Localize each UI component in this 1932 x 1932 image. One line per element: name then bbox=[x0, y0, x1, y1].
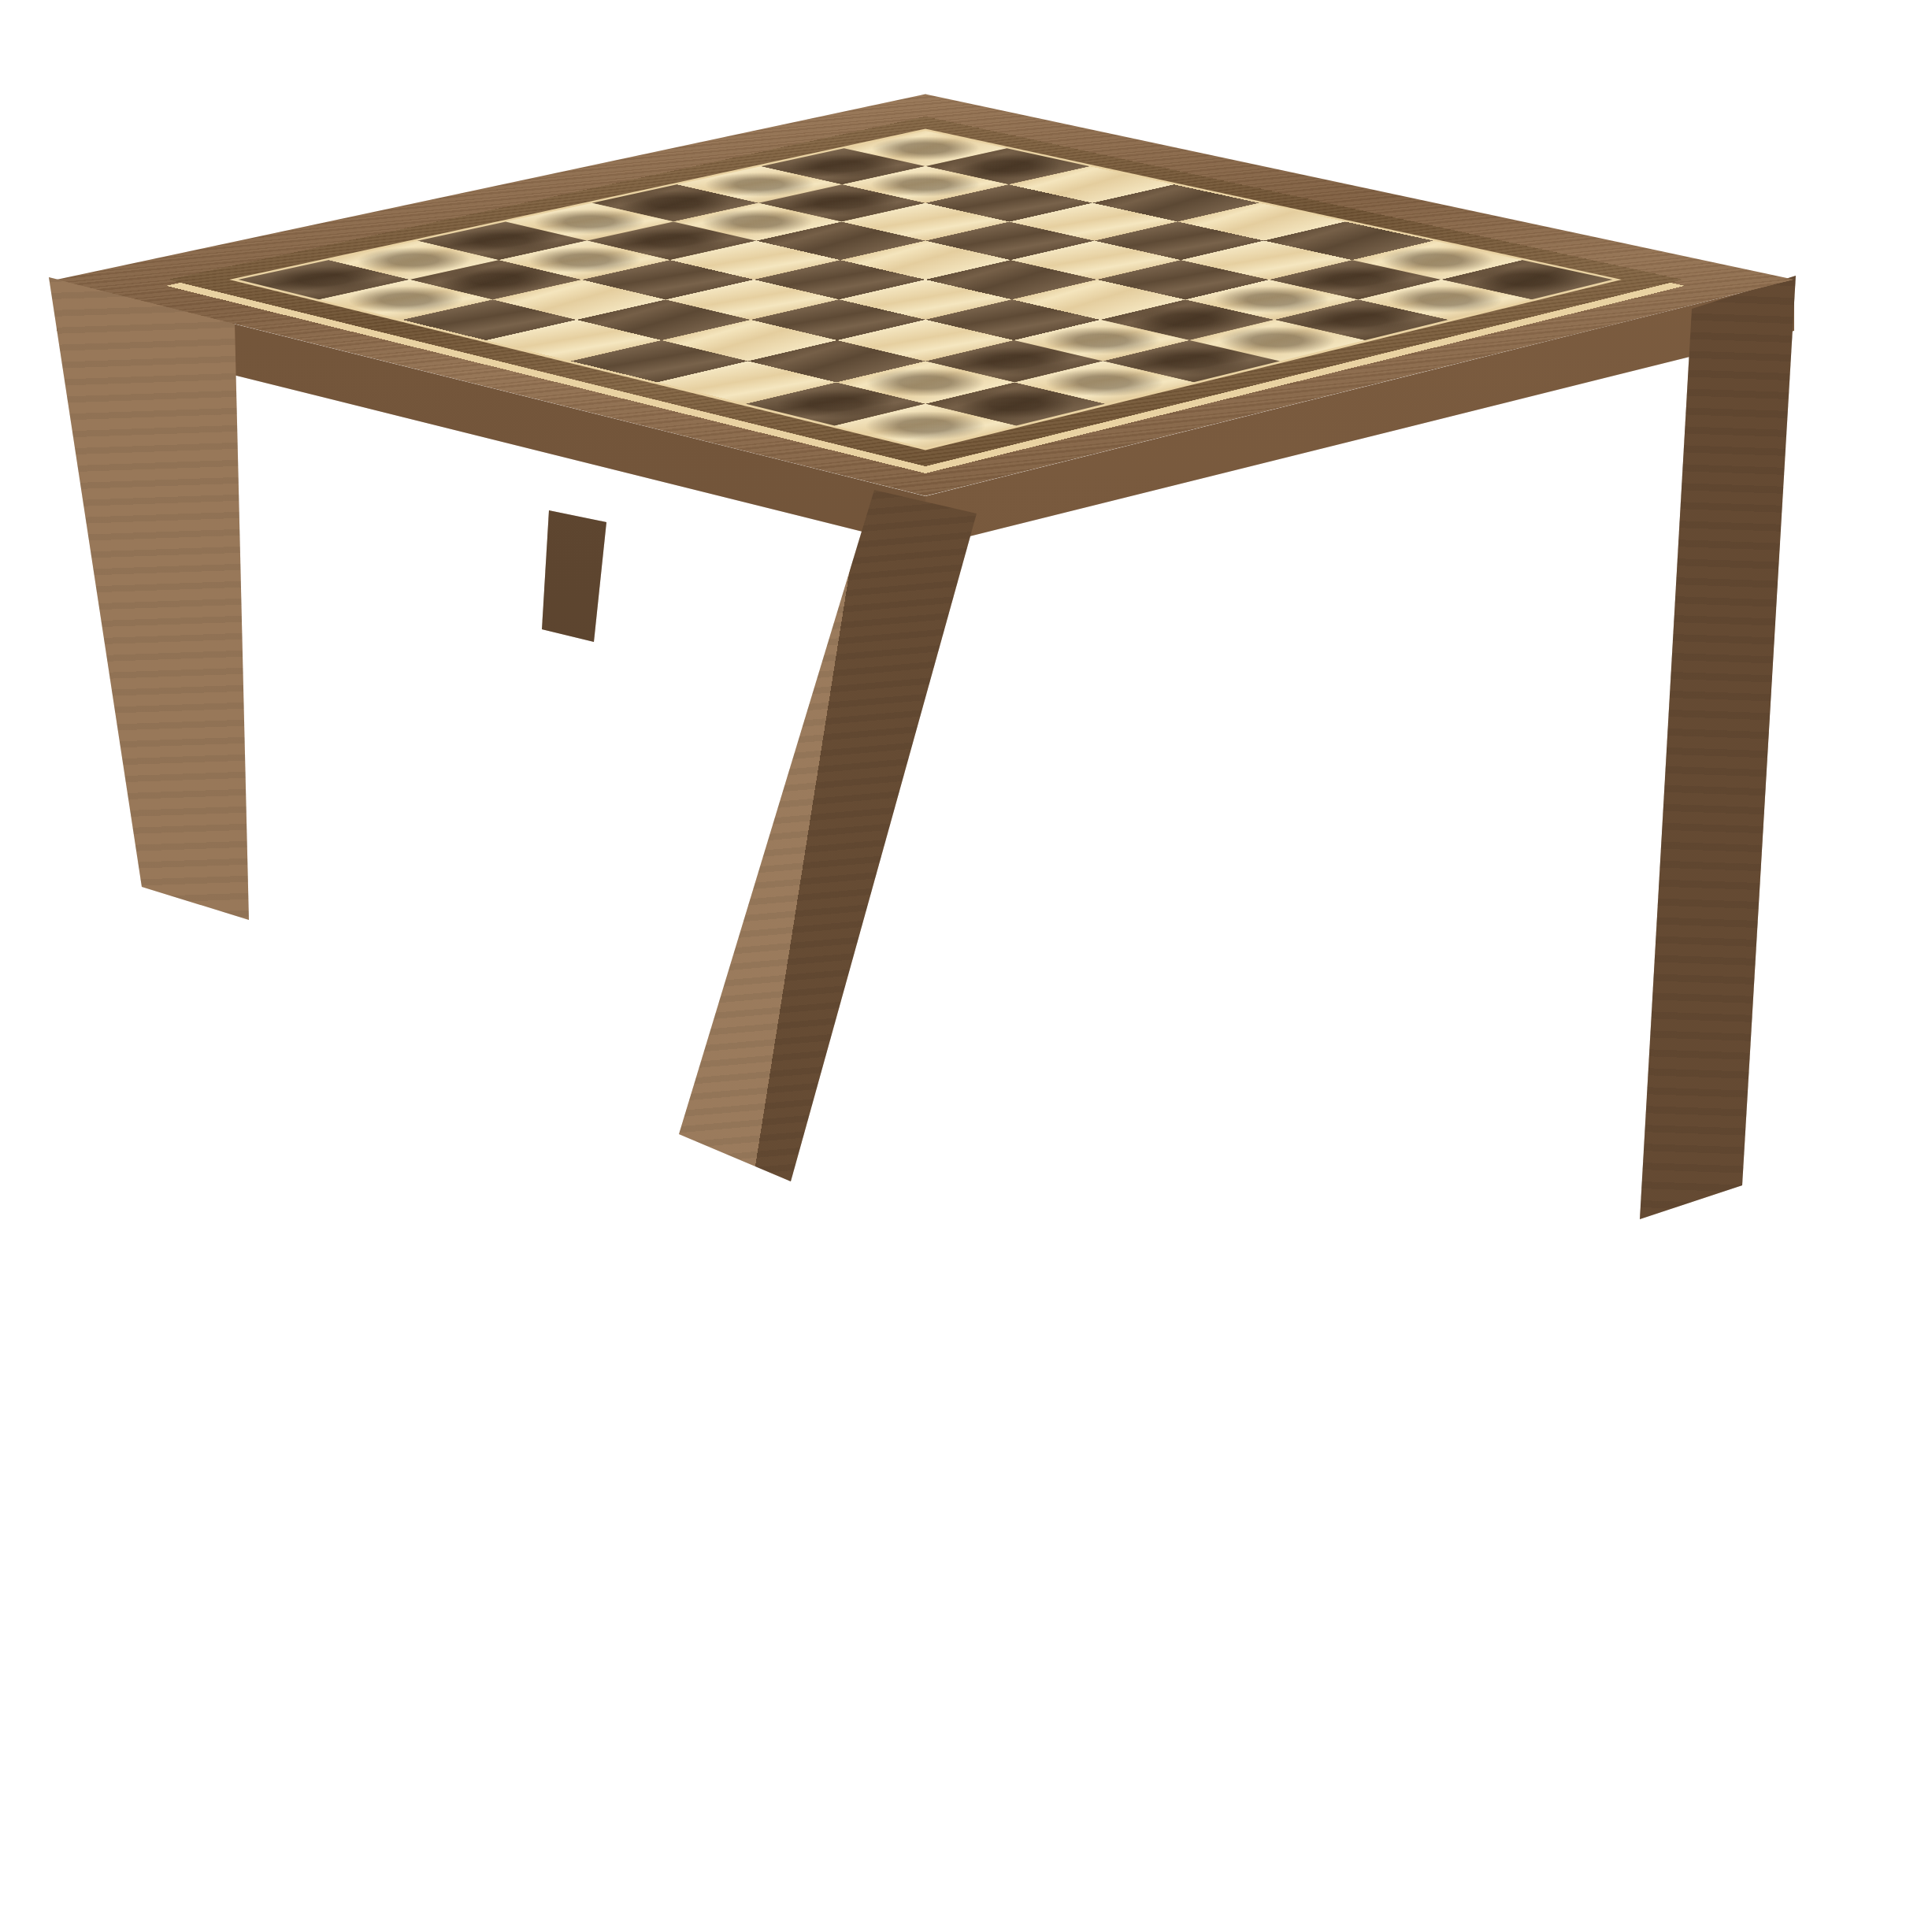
square-a8[interactable]: ♜ bbox=[835, 404, 1016, 448]
white-pawn[interactable]: ♟ bbox=[623, 139, 721, 247]
white-pawn[interactable]: ♟ bbox=[447, 176, 546, 286]
white-pawn[interactable]: ♟ bbox=[356, 195, 455, 306]
white-pawn[interactable]: ♟ bbox=[536, 157, 634, 266]
black-rook[interactable]: ♜ bbox=[851, 266, 999, 432]
white-pawn[interactable]: ♟ bbox=[709, 120, 806, 228]
product-photo: ♜♟♟♜♞♟♟♞♝♟♟♝♚♟♟♚♛♟♟♛♝♟♟♝♞♟♟♞♜♟♟♜ bbox=[0, 0, 1932, 1932]
white-pawn[interactable]: ♟ bbox=[794, 102, 890, 210]
tabletop: ♜♟♟♜♞♟♟♞♝♟♟♝♚♟♟♚♛♟♟♛♝♟♟♝♞♟♟♞♜♟♟♜ bbox=[57, 95, 1794, 496]
white-pawn[interactable]: ♟ bbox=[878, 84, 973, 191]
